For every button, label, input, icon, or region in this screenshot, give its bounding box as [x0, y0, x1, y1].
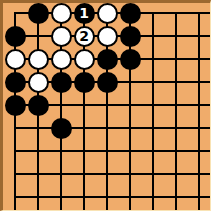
stone-white-move-2: 2 [74, 26, 95, 47]
stone-black [5, 26, 26, 47]
stone-black [51, 72, 72, 93]
intersection-c9-r5[interactable] [188, 94, 211, 117]
intersection-c7-r1[interactable] [142, 2, 165, 25]
stone-black [120, 26, 141, 47]
intersection-c8-r2[interactable] [165, 25, 188, 48]
stone-black [97, 49, 118, 70]
stone-white [51, 49, 72, 70]
intersection-c8-r7[interactable] [165, 140, 188, 163]
intersection-c1-r8[interactable] [4, 163, 27, 186]
intersection-c2-r2[interactable] [27, 25, 50, 48]
stone-white [97, 3, 118, 24]
intersection-c5-r9[interactable] [96, 186, 119, 209]
intersection-c6-r9[interactable] [119, 186, 142, 209]
intersection-c7-r4[interactable] [142, 71, 165, 94]
intersection-c9-r7[interactable] [188, 140, 211, 163]
stone-black [5, 72, 26, 93]
intersection-c8-r6[interactable] [165, 117, 188, 140]
intersection-c3-r5[interactable] [50, 94, 73, 117]
stone-black [28, 3, 49, 24]
intersection-c7-r2[interactable] [142, 25, 165, 48]
stone-white [74, 49, 95, 70]
intersection-c2-r6[interactable] [27, 117, 50, 140]
stone-black-move-1: 1 [74, 3, 95, 24]
intersection-c2-r7[interactable] [27, 140, 50, 163]
stone-white [5, 49, 26, 70]
intersection-c8-r1[interactable] [165, 2, 188, 25]
intersection-c9-r8[interactable] [188, 163, 211, 186]
intersection-c1-r6[interactable] [4, 117, 27, 140]
stone-black [120, 3, 141, 24]
stone-white [28, 72, 49, 93]
intersection-c5-r8[interactable] [96, 163, 119, 186]
stone-black [51, 118, 72, 139]
intersection-c9-r1[interactable] [188, 2, 211, 25]
intersection-c9-r9[interactable] [188, 186, 211, 209]
intersection-c4-r7[interactable] [73, 140, 96, 163]
intersection-c9-r2[interactable] [188, 25, 211, 48]
intersection-c8-r5[interactable] [165, 94, 188, 117]
intersection-c6-r7[interactable] [119, 140, 142, 163]
intersection-c7-r5[interactable] [142, 94, 165, 117]
intersection-c8-r8[interactable] [165, 163, 188, 186]
intersection-c4-r8[interactable] [73, 163, 96, 186]
intersection-c5-r6[interactable] [96, 117, 119, 140]
intersection-c9-r3[interactable] [188, 48, 211, 71]
intersection-c6-r8[interactable] [119, 163, 142, 186]
intersection-c7-r7[interactable] [142, 140, 165, 163]
intersection-c8-r9[interactable] [165, 186, 188, 209]
stone-black [74, 72, 95, 93]
intersection-c5-r5[interactable] [96, 94, 119, 117]
intersection-c7-r6[interactable] [142, 117, 165, 140]
intersection-c1-r7[interactable] [4, 140, 27, 163]
intersection-c5-r7[interactable] [96, 140, 119, 163]
stone-black [97, 72, 118, 93]
stone-white [28, 49, 49, 70]
stone-black [28, 95, 49, 116]
intersection-c3-r9[interactable] [50, 186, 73, 209]
intersection-c9-r6[interactable] [188, 117, 211, 140]
intersection-c6-r6[interactable] [119, 117, 142, 140]
intersection-c4-r6[interactable] [73, 117, 96, 140]
board-stones-layer: 12 [3, 3, 210, 210]
intersection-c4-r5[interactable] [73, 94, 96, 117]
intersection-c8-r3[interactable] [165, 48, 188, 71]
intersection-c3-r7[interactable] [50, 140, 73, 163]
intersection-c8-r4[interactable] [165, 71, 188, 94]
stone-white [51, 3, 72, 24]
intersection-c2-r9[interactable] [27, 186, 50, 209]
intersection-c7-r9[interactable] [142, 186, 165, 209]
intersection-c4-r9[interactable] [73, 186, 96, 209]
intersection-c7-r3[interactable] [142, 48, 165, 71]
intersection-c1-r1[interactable] [4, 2, 27, 25]
intersection-c3-r8[interactable] [50, 163, 73, 186]
stone-white [97, 26, 118, 47]
intersection-c9-r4[interactable] [188, 71, 211, 94]
intersection-c1-r9[interactable] [4, 186, 27, 209]
stone-black [5, 95, 26, 116]
intersection-c6-r4[interactable] [119, 71, 142, 94]
intersection-c6-r5[interactable] [119, 94, 142, 117]
stone-black [120, 49, 141, 70]
stone-white [51, 26, 72, 47]
intersection-c2-r8[interactable] [27, 163, 50, 186]
intersection-c7-r8[interactable] [142, 163, 165, 186]
go-board-diagram: 12 [0, 0, 211, 211]
